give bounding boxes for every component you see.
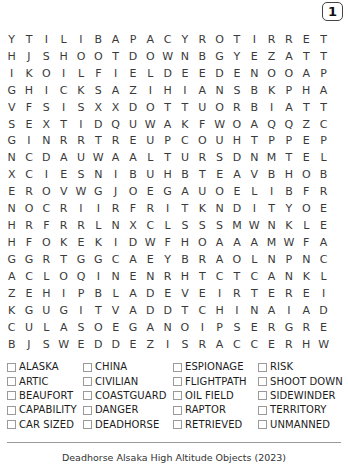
grid-cell-r19c3: S: [38, 336, 55, 353]
grid-cell-r19c8: E: [124, 336, 141, 353]
grid-cell-r8c8: A: [124, 149, 141, 166]
grid-cell-r4c9: I: [142, 82, 159, 99]
word-item: CAPABILITY: [7, 403, 83, 417]
grid-cell-r17c11: T: [176, 302, 193, 319]
grid-cell-r5c6: X: [90, 99, 107, 116]
grid-cell-r16c8: A: [124, 285, 141, 302]
grid-cell-r19c18: H: [298, 336, 315, 353]
grid-cell-r13c11: H: [176, 234, 193, 251]
grid-cell-r11c10: I: [159, 200, 176, 217]
grid-cell-r16c16: E: [263, 285, 280, 302]
grid-cell-r16c5: P: [72, 285, 89, 302]
word-checkbox[interactable]: [258, 363, 267, 372]
grid-cell-r4c17: P: [280, 82, 297, 99]
grid-cell-r10c2: R: [20, 183, 37, 200]
grid-cell-r18c16: R: [263, 319, 280, 336]
grid-cell-r13c4: K: [55, 234, 72, 251]
grid-cell-r7c6: T: [90, 133, 107, 150]
grid-cell-r16c10: E: [159, 285, 176, 302]
grid-cell-r12c16: N: [263, 217, 280, 234]
grid-cell-r11c1: N: [3, 200, 20, 217]
grid-cell-r2c1: H: [3, 48, 20, 65]
word-item: RAPTOR: [173, 403, 258, 417]
grid-cell-r17c8: A: [124, 302, 141, 319]
word-label: ESPIONAGE: [185, 362, 244, 372]
word-checkbox[interactable]: [258, 420, 267, 429]
grid-cell-r3c1: I: [3, 65, 20, 82]
grid-cell-r17c5: I: [72, 302, 89, 319]
word-checkbox[interactable]: [7, 377, 16, 386]
grid-cell-r2c16: Z: [263, 48, 280, 65]
grid-cell-r13c10: F: [159, 234, 176, 251]
grid-cell-r16c17: R: [280, 285, 297, 302]
grid-cell-r16c18: E: [298, 285, 315, 302]
grid-cell-r6c17: Q: [280, 116, 297, 133]
grid-cell-r17c9: D: [142, 302, 159, 319]
word-item: ARTIC: [7, 374, 83, 388]
grid-cell-r15c6: I: [90, 268, 107, 285]
grid-cell-r12c6: L: [90, 217, 107, 234]
grid-cell-r5c13: O: [211, 99, 228, 116]
word-label: TERRITORY: [270, 405, 327, 415]
word-checkbox[interactable]: [7, 391, 16, 400]
grid-cell-r2c7: T: [107, 48, 124, 65]
grid-cell-r1c9: A: [142, 31, 159, 48]
grid-cell-r11c8: F: [124, 200, 141, 217]
grid-cell-r19c9: Z: [142, 336, 159, 353]
grid-cell-r12c15: W: [246, 217, 263, 234]
word-checkbox[interactable]: [173, 406, 182, 415]
grid-cell-r10c15: L: [246, 183, 263, 200]
grid-cell-r4c12: A: [194, 82, 211, 99]
grid-cell-r4c3: I: [38, 82, 55, 99]
grid-cell-r14c4: T: [55, 251, 72, 268]
grid-cell-r4c10: H: [159, 82, 176, 99]
grid-cell-r12c2: R: [20, 217, 37, 234]
grid-cell-r13c19: A: [315, 234, 332, 251]
grid-cell-r13c9: W: [142, 234, 159, 251]
grid-cell-r5c16: I: [263, 99, 280, 116]
grid-cell-r12c1: H: [3, 217, 20, 234]
grid-cell-r10c19: R: [315, 183, 332, 200]
grid-cell-r18c15: E: [246, 319, 263, 336]
word-label: RISK: [270, 362, 293, 372]
grid-cell-r8c1: N: [3, 149, 20, 166]
grid-cell-r8c13: S: [211, 149, 228, 166]
grid-cell-r18c4: A: [55, 319, 72, 336]
grid-cell-r12c12: S: [194, 217, 211, 234]
grid-cell-r3c19: P: [315, 65, 332, 82]
word-item: ALASKA: [7, 360, 83, 374]
grid-cell-r3c2: K: [20, 65, 37, 82]
grid-cell-r11c6: I: [90, 200, 107, 217]
grid-cell-r12c5: R: [72, 217, 89, 234]
grid-cell-r19c19: W: [315, 336, 332, 353]
grid-cell-r8c11: U: [176, 149, 193, 166]
grid-cell-r14c13: A: [211, 251, 228, 268]
grid-cell-r17c12: C: [194, 302, 211, 319]
word-checkbox[interactable]: [83, 363, 92, 372]
grid-cell-r10c1: E: [3, 183, 20, 200]
word-item: CIVILIAN: [83, 374, 173, 388]
grid-cell-r10c16: I: [263, 183, 280, 200]
grid-cell-r18c13: P: [211, 319, 228, 336]
grid-cell-r4c2: H: [20, 82, 37, 99]
grid-cell-r12c19: E: [315, 217, 332, 234]
word-label: FLIGHTPATH: [185, 377, 247, 387]
grid-cell-r9c4: E: [55, 166, 72, 183]
grid-cell-r1c16: R: [263, 31, 280, 48]
grid-cell-r12c18: L: [298, 217, 315, 234]
grid-cell-r4c14: S: [228, 82, 245, 99]
grid-cell-r6c19: C: [315, 116, 332, 133]
grid-cell-r16c13: I: [211, 285, 228, 302]
grid-cell-r16c11: V: [176, 285, 193, 302]
grid-cell-r1c2: T: [20, 31, 37, 48]
grid-cell-r18c2: U: [20, 319, 37, 336]
grid-cell-r5c1: V: [3, 99, 20, 116]
grid-cell-r6c12: F: [194, 116, 211, 133]
word-search-grid: YTILIBAPACYROTIRRETHJSHOOTDOWNBGYEZATTIK…: [3, 31, 332, 353]
grid-cell-r14c18: N: [298, 251, 315, 268]
grid-cell-r1c18: E: [298, 31, 315, 48]
grid-cell-r13c2: F: [20, 234, 37, 251]
grid-cell-r9c16: B: [263, 166, 280, 183]
grid-cell-r12c17: K: [280, 217, 297, 234]
grid-cell-r7c1: G: [3, 133, 20, 150]
grid-cell-r7c12: O: [194, 133, 211, 150]
puzzle-title: Deadhorse Alsaka High Altitude Objects (…: [0, 452, 348, 463]
grid-cell-r8c19: L: [315, 149, 332, 166]
grid-cell-r12c14: M: [228, 217, 245, 234]
grid-cell-r16c14: R: [228, 285, 245, 302]
word-item: TERRITORY: [258, 403, 348, 417]
word-item: RISK: [258, 360, 348, 374]
grid-cell-r11c3: C: [38, 200, 55, 217]
grid-cell-r10c13: O: [211, 183, 228, 200]
grid-cell-r14c1: G: [3, 251, 20, 268]
grid-cell-r13c13: A: [211, 234, 228, 251]
grid-cell-r7c16: P: [263, 133, 280, 150]
grid-cell-r5c19: T: [315, 99, 332, 116]
grid-cell-r9c10: H: [159, 166, 176, 183]
grid-cell-r15c8: E: [124, 268, 141, 285]
grid-cell-r1c11: Y: [176, 31, 193, 48]
grid-cell-r17c13: H: [211, 302, 228, 319]
grid-cell-r18c12: I: [194, 319, 211, 336]
grid-cell-r3c15: N: [246, 65, 263, 82]
grid-cell-r2c5: O: [72, 48, 89, 65]
grid-cell-r17c18: A: [298, 302, 315, 319]
grid-cell-r5c12: U: [194, 99, 211, 116]
grid-cell-r11c4: R: [55, 200, 72, 217]
grid-cell-r16c12: E: [194, 285, 211, 302]
grid-cell-r1c13: O: [211, 31, 228, 48]
grid-cell-r2c3: S: [38, 48, 55, 65]
grid-cell-r16c9: D: [142, 285, 159, 302]
grid-cell-r7c14: H: [228, 133, 245, 150]
grid-cell-r17c10: D: [159, 302, 176, 319]
word-checkbox[interactable]: [83, 420, 92, 429]
grid-cell-r15c4: O: [55, 268, 72, 285]
grid-cell-r6c15: A: [246, 116, 263, 133]
word-label: SIDEWINDER: [270, 391, 336, 401]
grid-cell-r12c11: S: [176, 217, 193, 234]
word-label: ARTIC: [19, 377, 49, 387]
grid-cell-r13c3: O: [38, 234, 55, 251]
grid-cell-r12c9: C: [142, 217, 159, 234]
grid-cell-r12c8: X: [124, 217, 141, 234]
grid-cell-r11c16: T: [263, 200, 280, 217]
word-label: UNMANNED: [270, 420, 330, 430]
grid-cell-r14c19: C: [315, 251, 332, 268]
grid-cell-r5c11: T: [176, 99, 193, 116]
grid-cell-r10c12: U: [194, 183, 211, 200]
grid-cell-r17c6: T: [90, 302, 107, 319]
grid-cell-r14c8: A: [124, 251, 141, 268]
grid-cell-r3c12: E: [194, 65, 211, 82]
word-label: DANGER: [95, 405, 138, 415]
grid-cell-r15c5: Q: [72, 268, 89, 285]
grid-cell-r1c1: Y: [3, 31, 20, 48]
grid-cell-r11c18: O: [298, 200, 315, 217]
grid-cell-r15c2: C: [20, 268, 37, 285]
grid-cell-r1c19: T: [315, 31, 332, 48]
grid-cell-r8c4: A: [55, 149, 72, 166]
word-item: COASTGUARD: [83, 389, 173, 403]
grid-cell-r1c17: R: [280, 31, 297, 48]
word-checkbox[interactable]: [258, 391, 267, 400]
grid-cell-r9c3: I: [38, 166, 55, 183]
grid-cell-r12c7: N: [107, 217, 124, 234]
grid-cell-r7c18: E: [298, 133, 315, 150]
grid-cell-r6c5: I: [72, 116, 89, 133]
word-checkbox[interactable]: [258, 406, 267, 415]
grid-cell-r3c17: O: [280, 65, 297, 82]
grid-cell-r5c2: F: [20, 99, 37, 116]
grid-cell-r11c12: K: [194, 200, 211, 217]
grid-cell-r7c17: P: [280, 133, 297, 150]
grid-cell-r5c14: R: [228, 99, 245, 116]
grid-cell-r6c4: T: [55, 116, 72, 133]
grid-cell-r15c7: N: [107, 268, 124, 285]
grid-cell-r18c17: G: [280, 319, 297, 336]
grid-cell-r10c7: J: [107, 183, 124, 200]
word-checkbox[interactable]: [7, 363, 16, 372]
grid-cell-r3c7: I: [107, 65, 124, 82]
word-checkbox[interactable]: [173, 377, 182, 386]
grid-cell-r13c8: D: [124, 234, 141, 251]
grid-cell-r2c9: O: [142, 48, 159, 65]
grid-cell-r7c8: E: [124, 133, 141, 150]
word-item: SIDEWINDER: [258, 389, 348, 403]
word-checkbox[interactable]: [83, 377, 92, 386]
grid-cell-r8c6: W: [90, 149, 107, 166]
grid-cell-r1c5: I: [72, 31, 89, 48]
grid-cell-r9c7: I: [107, 166, 124, 183]
word-item: OIL FIELD: [173, 389, 258, 403]
word-label: CHINA: [95, 362, 127, 372]
grid-cell-r6c10: A: [159, 116, 176, 133]
grid-cell-r17c15: N: [246, 302, 263, 319]
word-checkbox[interactable]: [83, 406, 92, 415]
grid-cell-r6c18: Z: [298, 116, 315, 133]
grid-cell-r6c11: K: [176, 116, 193, 133]
grid-cell-r1c14: T: [228, 31, 245, 48]
grid-cell-r9c18: O: [298, 166, 315, 183]
grid-cell-r13c16: M: [263, 234, 280, 251]
grid-cell-r1c10: C: [159, 31, 176, 48]
grid-cell-r18c6: O: [90, 319, 107, 336]
grid-cell-r2c6: O: [90, 48, 107, 65]
grid-cell-r6c8: U: [124, 116, 141, 133]
grid-cell-r4c13: N: [211, 82, 228, 99]
grid-cell-r3c16: O: [263, 65, 280, 82]
grid-cell-r4c8: Z: [124, 82, 141, 99]
grid-cell-r5c15: B: [246, 99, 263, 116]
grid-cell-r13c5: E: [72, 234, 89, 251]
grid-cell-r19c1: B: [3, 336, 20, 353]
grid-cell-r5c10: T: [159, 99, 176, 116]
word-checkbox[interactable]: [258, 377, 267, 386]
grid-cell-r14c15: L: [246, 251, 263, 268]
grid-cell-r4c18: H: [298, 82, 315, 99]
grid-cell-r11c15: I: [246, 200, 263, 217]
grid-cell-r2c18: T: [298, 48, 315, 65]
grid-cell-r16c15: T: [246, 285, 263, 302]
grid-cell-r10c10: G: [159, 183, 176, 200]
grid-cell-r7c7: R: [107, 133, 124, 150]
grid-cell-r9c2: C: [20, 166, 37, 183]
grid-cell-r6c9: W: [142, 116, 159, 133]
grid-cell-r3c11: E: [176, 65, 193, 82]
grid-cell-r9c13: E: [211, 166, 228, 183]
grid-cell-r14c9: E: [142, 251, 159, 268]
word-label: COASTGUARD: [95, 391, 167, 401]
grid-cell-r19c6: D: [90, 336, 107, 353]
grid-cell-r4c6: S: [90, 82, 107, 99]
grid-cell-r7c2: I: [20, 133, 37, 150]
grid-cell-r19c12: R: [194, 336, 211, 353]
grid-cell-r17c14: I: [228, 302, 245, 319]
grid-cell-r19c10: I: [159, 336, 176, 353]
grid-cell-r19c5: E: [72, 336, 89, 353]
grid-cell-r12c4: R: [55, 217, 72, 234]
grid-cell-r3c18: A: [298, 65, 315, 82]
word-checkbox[interactable]: [7, 420, 16, 429]
word-checkbox[interactable]: [7, 406, 16, 415]
word-label: SHOOT DOWN: [270, 377, 343, 387]
grid-cell-r15c16: A: [263, 268, 280, 285]
grid-cell-r6c3: X: [38, 116, 55, 133]
word-label: DEADHORSE: [95, 420, 159, 430]
grid-cell-r8c9: L: [142, 149, 159, 166]
grid-cell-r8c10: T: [159, 149, 176, 166]
grid-cell-r18c7: E: [107, 319, 124, 336]
grid-cell-r3c3: O: [38, 65, 55, 82]
grid-cell-r9c6: N: [90, 166, 107, 183]
grid-cell-r2c2: J: [20, 48, 37, 65]
word-checkbox[interactable]: [173, 420, 182, 429]
grid-cell-r3c13: D: [211, 65, 228, 82]
grid-cell-r13c6: K: [90, 234, 107, 251]
grid-cell-r19c11: S: [176, 336, 193, 353]
grid-cell-r8c16: M: [263, 149, 280, 166]
grid-cell-r9c5: S: [72, 166, 89, 183]
grid-cell-r15c14: T: [228, 268, 245, 285]
grid-cell-r7c19: P: [315, 133, 332, 150]
grid-cell-r14c12: R: [194, 251, 211, 268]
grid-cell-r10c3: O: [38, 183, 55, 200]
grid-cell-r18c19: E: [315, 319, 332, 336]
grid-cell-r8c5: U: [72, 149, 89, 166]
word-label: RAPTOR: [185, 405, 226, 415]
grid-cell-r15c15: C: [246, 268, 263, 285]
grid-cell-r4c11: I: [176, 82, 193, 99]
grid-cell-r17c2: G: [20, 302, 37, 319]
separator-line: [7, 442, 341, 443]
grid-cell-r4c16: K: [263, 82, 280, 99]
grid-cell-r18c8: G: [124, 319, 141, 336]
grid-cell-r14c6: G: [90, 251, 107, 268]
grid-cell-r15c12: T: [194, 268, 211, 285]
grid-cell-r16c7: L: [107, 285, 124, 302]
grid-cell-r2c13: G: [211, 48, 228, 65]
grid-cell-r10c11: A: [176, 183, 193, 200]
word-checkbox[interactable]: [173, 363, 182, 372]
grid-cell-r7c11: C: [176, 133, 193, 150]
grid-cell-r12c10: L: [159, 217, 176, 234]
grid-cell-r7c4: R: [55, 133, 72, 150]
grid-cell-r19c14: C: [228, 336, 245, 353]
grid-cell-r19c17: R: [280, 336, 297, 353]
grid-cell-r4c1: G: [3, 82, 20, 99]
grid-cell-r3c14: E: [228, 65, 245, 82]
grid-cell-r2c15: E: [246, 48, 263, 65]
grid-cell-r11c19: E: [315, 200, 332, 217]
word-search-page: 1 YTILIBAPACYROTIRRETHJSHOOTDOWNBGYEZATT…: [0, 0, 348, 465]
grid-cell-r3c9: L: [142, 65, 159, 82]
grid-cell-r3c6: F: [90, 65, 107, 82]
grid-cell-r16c4: I: [55, 285, 72, 302]
grid-cell-r14c5: G: [72, 251, 89, 268]
grid-cell-r2c8: D: [124, 48, 141, 65]
grid-cell-r6c14: O: [228, 116, 245, 133]
grid-cell-r14c7: C: [107, 251, 124, 268]
page-number: 1: [328, 4, 337, 19]
grid-cell-r15c13: C: [211, 268, 228, 285]
grid-cell-r8c12: R: [194, 149, 211, 166]
grid-cell-r17c1: K: [3, 302, 20, 319]
grid-cell-r9c1: X: [3, 166, 20, 183]
word-checkbox[interactable]: [173, 391, 182, 400]
grid-cell-r17c16: A: [263, 302, 280, 319]
grid-cell-r6c13: W: [211, 116, 228, 133]
word-checkbox[interactable]: [83, 391, 92, 400]
grid-cell-r9c14: A: [228, 166, 245, 183]
word-item: DANGER: [83, 403, 173, 417]
grid-cell-r13c14: A: [228, 234, 245, 251]
grid-cell-r14c11: B: [176, 251, 193, 268]
grid-cell-r9c9: U: [142, 166, 159, 183]
grid-cell-r16c1: Z: [3, 285, 20, 302]
grid-cell-r15c17: N: [280, 268, 297, 285]
grid-cell-r19c4: W: [55, 336, 72, 353]
grid-cell-r7c15: T: [246, 133, 263, 150]
word-item: BEAUFORT: [7, 389, 83, 403]
grid-cell-r16c2: E: [20, 285, 37, 302]
grid-cell-r8c15: N: [246, 149, 263, 166]
